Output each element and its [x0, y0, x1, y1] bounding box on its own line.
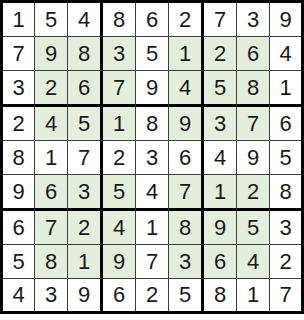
cell-r5c8[interactable]: 9	[237, 141, 270, 175]
cell-r2c3[interactable]: 8	[68, 37, 103, 71]
board-row-5: 817236495	[3, 141, 301, 175]
cell-r7c6[interactable]: 8	[169, 211, 204, 245]
cell-r7c7[interactable]: 9	[204, 211, 237, 245]
cell-r1c4[interactable]: 8	[103, 3, 136, 37]
cell-r9c2[interactable]: 3	[35, 279, 68, 311]
cell-r6c5[interactable]: 4	[136, 175, 169, 211]
cell-r3c1[interactable]: 3	[3, 71, 35, 107]
cell-r5c1[interactable]: 8	[3, 141, 35, 175]
board-row-6: 963547128	[3, 175, 301, 211]
cell-r2c6[interactable]: 1	[169, 37, 204, 71]
cell-r3c9[interactable]: 1	[270, 71, 301, 107]
cell-r6c9[interactable]: 8	[270, 175, 301, 211]
cell-r8c5[interactable]: 7	[136, 245, 169, 279]
cell-r9c8[interactable]: 1	[237, 279, 270, 311]
cell-r2c4[interactable]: 3	[103, 37, 136, 71]
cell-r1c3[interactable]: 4	[68, 3, 103, 37]
cell-r7c4[interactable]: 4	[103, 211, 136, 245]
cell-r9c9[interactable]: 7	[270, 279, 301, 311]
cell-r4c3[interactable]: 5	[68, 107, 103, 141]
cell-r6c3[interactable]: 3	[68, 175, 103, 211]
cell-r3c4[interactable]: 7	[103, 71, 136, 107]
cell-r8c3[interactable]: 1	[68, 245, 103, 279]
cell-r3c8[interactable]: 8	[237, 71, 270, 107]
cell-r7c5[interactable]: 1	[136, 211, 169, 245]
cell-r5c7[interactable]: 4	[204, 141, 237, 175]
cell-r3c3[interactable]: 6	[68, 71, 103, 107]
cell-r6c8[interactable]: 2	[237, 175, 270, 211]
board-row-8: 581973642	[3, 245, 301, 279]
board-row-3: 326794581	[3, 71, 301, 107]
cell-r8c8[interactable]: 4	[237, 245, 270, 279]
board-row-1: 154862739	[3, 3, 301, 37]
cell-r4c9[interactable]: 6	[270, 107, 301, 141]
cell-r2c8[interactable]: 6	[237, 37, 270, 71]
cell-r4c8[interactable]: 7	[237, 107, 270, 141]
cell-r3c7[interactable]: 5	[204, 71, 237, 107]
cell-r9c3[interactable]: 9	[68, 279, 103, 311]
cell-r1c8[interactable]: 3	[237, 3, 270, 37]
cell-r7c1[interactable]: 6	[3, 211, 35, 245]
cell-r5c3[interactable]: 7	[68, 141, 103, 175]
cell-r4c6[interactable]: 9	[169, 107, 204, 141]
cell-r9c1[interactable]: 4	[3, 279, 35, 311]
cell-r1c2[interactable]: 5	[35, 3, 68, 37]
board-row-4: 245189376	[3, 107, 301, 141]
cell-r1c1[interactable]: 1	[3, 3, 35, 37]
cell-r5c9[interactable]: 5	[270, 141, 301, 175]
cell-r2c9[interactable]: 4	[270, 37, 301, 71]
cell-r8c6[interactable]: 3	[169, 245, 204, 279]
cell-r5c5[interactable]: 3	[136, 141, 169, 175]
cell-r6c7[interactable]: 1	[204, 175, 237, 211]
cell-r6c4[interactable]: 5	[103, 175, 136, 211]
cell-r7c8[interactable]: 5	[237, 211, 270, 245]
board-row-9: 439625817	[3, 279, 301, 311]
cell-r6c6[interactable]: 7	[169, 175, 204, 211]
cell-r3c5[interactable]: 9	[136, 71, 169, 107]
cell-r8c1[interactable]: 5	[3, 245, 35, 279]
cell-r8c4[interactable]: 9	[103, 245, 136, 279]
cell-r3c2[interactable]: 2	[35, 71, 68, 107]
cell-r9c4[interactable]: 6	[103, 279, 136, 311]
cell-r4c7[interactable]: 3	[204, 107, 237, 141]
cell-r8c7[interactable]: 6	[204, 245, 237, 279]
cell-r8c2[interactable]: 8	[35, 245, 68, 279]
cell-r5c2[interactable]: 1	[35, 141, 68, 175]
cell-r5c4[interactable]: 2	[103, 141, 136, 175]
cell-r6c1[interactable]: 9	[3, 175, 35, 211]
cell-r8c9[interactable]: 2	[270, 245, 301, 279]
cell-r4c1[interactable]: 2	[3, 107, 35, 141]
cell-r3c6[interactable]: 4	[169, 71, 204, 107]
cell-r7c2[interactable]: 7	[35, 211, 68, 245]
cell-r1c7[interactable]: 7	[204, 3, 237, 37]
cell-r9c5[interactable]: 2	[136, 279, 169, 311]
board-row-2: 798351264	[3, 37, 301, 71]
cell-r1c6[interactable]: 2	[169, 3, 204, 37]
cell-r2c1[interactable]: 7	[3, 37, 35, 71]
board-row-7: 672418953	[3, 211, 301, 245]
cell-r5c6[interactable]: 6	[169, 141, 204, 175]
cell-r1c5[interactable]: 6	[136, 3, 169, 37]
cell-r4c5[interactable]: 8	[136, 107, 169, 141]
sudoku-board: 1548627397983512643267945812451893768172…	[0, 0, 304, 314]
cell-r7c3[interactable]: 2	[68, 211, 103, 245]
cell-r4c2[interactable]: 4	[35, 107, 68, 141]
cell-r9c6[interactable]: 5	[169, 279, 204, 311]
cell-r2c5[interactable]: 5	[136, 37, 169, 71]
cell-r4c4[interactable]: 1	[103, 107, 136, 141]
cell-r2c2[interactable]: 9	[35, 37, 68, 71]
cell-r7c9[interactable]: 3	[270, 211, 301, 245]
cell-r9c7[interactable]: 8	[204, 279, 237, 311]
cell-r1c9[interactable]: 9	[270, 3, 301, 37]
cell-r2c7[interactable]: 2	[204, 37, 237, 71]
cell-r6c2[interactable]: 6	[35, 175, 68, 211]
